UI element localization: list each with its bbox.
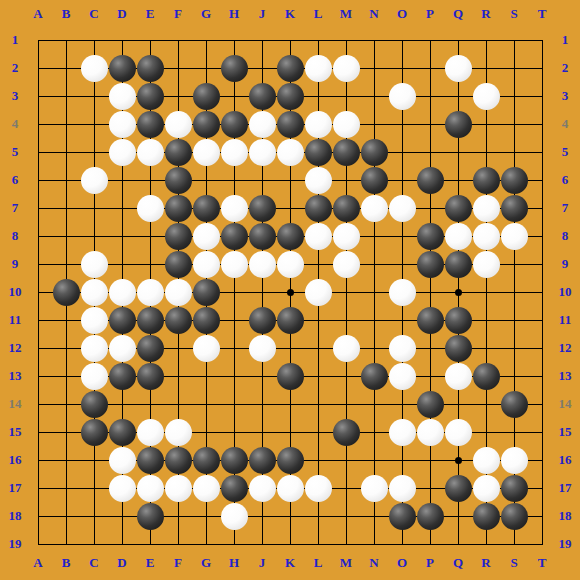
column-label: C bbox=[82, 6, 106, 22]
column-label: P bbox=[418, 6, 442, 22]
white-stone bbox=[193, 475, 220, 502]
white-stone bbox=[221, 251, 248, 278]
black-stone bbox=[81, 391, 108, 418]
white-stone bbox=[445, 419, 472, 446]
black-stone bbox=[333, 139, 360, 166]
white-stone bbox=[109, 335, 136, 362]
grid-line-horizontal bbox=[38, 404, 543, 405]
black-stone bbox=[501, 475, 528, 502]
white-stone bbox=[137, 195, 164, 222]
white-stone bbox=[333, 55, 360, 82]
row-label: 1 bbox=[552, 32, 578, 48]
black-stone bbox=[445, 251, 472, 278]
row-label: 2 bbox=[552, 60, 578, 76]
white-stone bbox=[221, 139, 248, 166]
black-stone bbox=[249, 223, 276, 250]
white-stone bbox=[389, 335, 416, 362]
black-stone bbox=[417, 223, 444, 250]
black-stone bbox=[305, 139, 332, 166]
black-stone bbox=[501, 391, 528, 418]
white-stone bbox=[81, 167, 108, 194]
white-stone bbox=[473, 223, 500, 250]
go-board[interactable]: AABBCCDDEEFFGGHHJJKKLLMMNNOOPPQQRRSSTT11… bbox=[0, 0, 580, 580]
star-point bbox=[455, 289, 462, 296]
row-label: 14 bbox=[2, 396, 28, 412]
white-stone bbox=[193, 335, 220, 362]
row-label: 1 bbox=[2, 32, 28, 48]
black-stone bbox=[501, 503, 528, 530]
white-stone bbox=[193, 223, 220, 250]
row-label: 9 bbox=[552, 256, 578, 272]
grid-line-vertical bbox=[430, 40, 431, 545]
black-stone bbox=[137, 307, 164, 334]
black-stone bbox=[165, 223, 192, 250]
row-label: 17 bbox=[2, 480, 28, 496]
white-stone bbox=[417, 419, 444, 446]
white-stone bbox=[305, 167, 332, 194]
column-label: B bbox=[54, 555, 78, 571]
white-stone bbox=[109, 139, 136, 166]
white-stone bbox=[333, 223, 360, 250]
black-stone bbox=[193, 111, 220, 138]
column-label: H bbox=[222, 6, 246, 22]
black-stone bbox=[193, 83, 220, 110]
row-label: 7 bbox=[552, 200, 578, 216]
column-label: L bbox=[306, 6, 330, 22]
column-label: P bbox=[418, 555, 442, 571]
column-label: D bbox=[110, 555, 134, 571]
black-stone bbox=[165, 307, 192, 334]
row-label: 4 bbox=[552, 116, 578, 132]
black-stone bbox=[277, 223, 304, 250]
white-stone bbox=[277, 475, 304, 502]
white-stone bbox=[193, 139, 220, 166]
row-label: 12 bbox=[2, 340, 28, 356]
column-label: C bbox=[82, 555, 106, 571]
white-stone bbox=[81, 251, 108, 278]
white-stone bbox=[137, 279, 164, 306]
column-label: R bbox=[474, 6, 498, 22]
black-stone bbox=[53, 279, 80, 306]
white-stone bbox=[473, 83, 500, 110]
white-stone bbox=[249, 475, 276, 502]
black-stone bbox=[277, 83, 304, 110]
white-stone bbox=[473, 195, 500, 222]
white-stone bbox=[389, 83, 416, 110]
black-stone bbox=[361, 363, 388, 390]
white-stone bbox=[109, 111, 136, 138]
column-label: D bbox=[110, 6, 134, 22]
grid-line-horizontal bbox=[38, 516, 543, 517]
row-label: 17 bbox=[552, 480, 578, 496]
black-stone bbox=[249, 83, 276, 110]
column-label: B bbox=[54, 6, 78, 22]
white-stone bbox=[221, 195, 248, 222]
white-stone bbox=[165, 279, 192, 306]
row-label: 2 bbox=[2, 60, 28, 76]
white-stone bbox=[81, 307, 108, 334]
white-stone bbox=[81, 55, 108, 82]
black-stone bbox=[249, 447, 276, 474]
white-stone bbox=[249, 111, 276, 138]
white-stone bbox=[389, 195, 416, 222]
black-stone bbox=[333, 419, 360, 446]
white-stone bbox=[501, 447, 528, 474]
column-label: N bbox=[362, 555, 386, 571]
row-label: 14 bbox=[552, 396, 578, 412]
white-stone bbox=[445, 363, 472, 390]
column-label: O bbox=[390, 555, 414, 571]
column-label: J bbox=[250, 555, 274, 571]
column-label: G bbox=[194, 555, 218, 571]
black-stone bbox=[165, 447, 192, 474]
black-stone bbox=[473, 167, 500, 194]
black-stone bbox=[389, 503, 416, 530]
white-stone bbox=[165, 111, 192, 138]
white-stone bbox=[137, 419, 164, 446]
black-stone bbox=[109, 419, 136, 446]
column-label: K bbox=[278, 6, 302, 22]
white-stone bbox=[277, 251, 304, 278]
white-stone bbox=[389, 279, 416, 306]
column-label: A bbox=[26, 6, 50, 22]
black-stone bbox=[221, 223, 248, 250]
white-stone bbox=[109, 279, 136, 306]
black-stone bbox=[445, 195, 472, 222]
white-stone bbox=[361, 195, 388, 222]
white-stone bbox=[109, 447, 136, 474]
white-stone bbox=[305, 223, 332, 250]
column-label: S bbox=[502, 6, 526, 22]
white-stone bbox=[473, 475, 500, 502]
column-label: T bbox=[530, 6, 554, 22]
black-stone bbox=[137, 55, 164, 82]
black-stone bbox=[445, 475, 472, 502]
black-stone bbox=[501, 167, 528, 194]
white-stone bbox=[333, 251, 360, 278]
black-stone bbox=[221, 475, 248, 502]
black-stone bbox=[137, 83, 164, 110]
black-stone bbox=[417, 391, 444, 418]
white-stone bbox=[305, 55, 332, 82]
black-stone bbox=[249, 195, 276, 222]
black-stone bbox=[137, 363, 164, 390]
black-stone bbox=[165, 195, 192, 222]
white-stone bbox=[109, 475, 136, 502]
black-stone bbox=[221, 111, 248, 138]
column-label: A bbox=[26, 555, 50, 571]
black-stone bbox=[445, 335, 472, 362]
white-stone bbox=[249, 251, 276, 278]
black-stone bbox=[361, 167, 388, 194]
row-label: 12 bbox=[552, 340, 578, 356]
white-stone bbox=[445, 223, 472, 250]
white-stone bbox=[249, 335, 276, 362]
column-label: G bbox=[194, 6, 218, 22]
white-stone bbox=[165, 419, 192, 446]
column-label: M bbox=[334, 555, 358, 571]
grid-line-horizontal bbox=[38, 544, 543, 545]
row-label: 11 bbox=[2, 312, 28, 328]
column-label: F bbox=[166, 6, 190, 22]
row-label: 5 bbox=[2, 144, 28, 160]
white-stone bbox=[333, 335, 360, 362]
black-stone bbox=[277, 363, 304, 390]
row-label: 16 bbox=[552, 452, 578, 468]
row-label: 10 bbox=[552, 284, 578, 300]
column-label: O bbox=[390, 6, 414, 22]
white-stone bbox=[137, 139, 164, 166]
black-stone bbox=[109, 55, 136, 82]
white-stone bbox=[249, 139, 276, 166]
star-point bbox=[287, 289, 294, 296]
black-stone bbox=[193, 279, 220, 306]
black-stone bbox=[417, 503, 444, 530]
white-stone bbox=[109, 83, 136, 110]
column-label: H bbox=[222, 555, 246, 571]
column-label: M bbox=[334, 6, 358, 22]
column-label: Q bbox=[446, 555, 470, 571]
black-stone bbox=[417, 251, 444, 278]
black-stone bbox=[165, 139, 192, 166]
black-stone bbox=[221, 447, 248, 474]
black-stone bbox=[193, 195, 220, 222]
black-stone bbox=[501, 195, 528, 222]
white-stone bbox=[389, 419, 416, 446]
white-stone bbox=[81, 335, 108, 362]
black-stone bbox=[137, 335, 164, 362]
row-label: 18 bbox=[2, 508, 28, 524]
black-stone bbox=[445, 307, 472, 334]
white-stone bbox=[305, 475, 332, 502]
white-stone bbox=[277, 139, 304, 166]
white-stone bbox=[165, 475, 192, 502]
column-label: J bbox=[250, 6, 274, 22]
white-stone bbox=[137, 475, 164, 502]
white-stone bbox=[221, 503, 248, 530]
star-point bbox=[455, 457, 462, 464]
black-stone bbox=[109, 307, 136, 334]
row-label: 9 bbox=[2, 256, 28, 272]
black-stone bbox=[193, 307, 220, 334]
row-label: 15 bbox=[552, 424, 578, 440]
black-stone bbox=[137, 111, 164, 138]
white-stone bbox=[193, 251, 220, 278]
row-label: 6 bbox=[2, 172, 28, 188]
black-stone bbox=[277, 307, 304, 334]
white-stone bbox=[473, 251, 500, 278]
white-stone bbox=[305, 111, 332, 138]
row-label: 8 bbox=[2, 228, 28, 244]
row-label: 18 bbox=[552, 508, 578, 524]
row-label: 3 bbox=[552, 88, 578, 104]
row-label: 19 bbox=[2, 536, 28, 552]
black-stone bbox=[473, 363, 500, 390]
white-stone bbox=[81, 279, 108, 306]
row-label: 15 bbox=[2, 424, 28, 440]
grid-line-vertical bbox=[542, 40, 543, 545]
black-stone bbox=[417, 167, 444, 194]
black-stone bbox=[277, 111, 304, 138]
black-stone bbox=[221, 55, 248, 82]
white-stone bbox=[305, 279, 332, 306]
black-stone bbox=[277, 447, 304, 474]
black-stone bbox=[193, 447, 220, 474]
row-label: 13 bbox=[2, 368, 28, 384]
row-label: 13 bbox=[552, 368, 578, 384]
row-label: 7 bbox=[2, 200, 28, 216]
row-label: 16 bbox=[2, 452, 28, 468]
black-stone bbox=[109, 363, 136, 390]
black-stone bbox=[277, 55, 304, 82]
column-label: Q bbox=[446, 6, 470, 22]
black-stone bbox=[137, 503, 164, 530]
row-label: 8 bbox=[552, 228, 578, 244]
white-stone bbox=[473, 447, 500, 474]
row-label: 6 bbox=[552, 172, 578, 188]
white-stone bbox=[445, 55, 472, 82]
black-stone bbox=[81, 419, 108, 446]
column-label: T bbox=[530, 555, 554, 571]
white-stone bbox=[361, 475, 388, 502]
row-label: 3 bbox=[2, 88, 28, 104]
black-stone bbox=[165, 251, 192, 278]
column-label: F bbox=[166, 555, 190, 571]
black-stone bbox=[445, 111, 472, 138]
white-stone bbox=[389, 475, 416, 502]
black-stone bbox=[473, 503, 500, 530]
column-label: K bbox=[278, 555, 302, 571]
row-label: 5 bbox=[552, 144, 578, 160]
white-stone bbox=[501, 223, 528, 250]
row-label: 4 bbox=[2, 116, 28, 132]
white-stone bbox=[389, 363, 416, 390]
row-label: 10 bbox=[2, 284, 28, 300]
black-stone bbox=[165, 167, 192, 194]
row-label: 19 bbox=[552, 536, 578, 552]
black-stone bbox=[137, 447, 164, 474]
black-stone bbox=[417, 307, 444, 334]
column-label: N bbox=[362, 6, 386, 22]
column-label: S bbox=[502, 555, 526, 571]
white-stone bbox=[81, 363, 108, 390]
grid-line-vertical bbox=[374, 40, 375, 545]
column-label: E bbox=[138, 6, 162, 22]
black-stone bbox=[361, 139, 388, 166]
column-label: L bbox=[306, 555, 330, 571]
white-stone bbox=[333, 111, 360, 138]
black-stone bbox=[333, 195, 360, 222]
column-label: E bbox=[138, 555, 162, 571]
black-stone bbox=[249, 307, 276, 334]
black-stone bbox=[305, 195, 332, 222]
column-label: R bbox=[474, 555, 498, 571]
row-label: 11 bbox=[552, 312, 578, 328]
